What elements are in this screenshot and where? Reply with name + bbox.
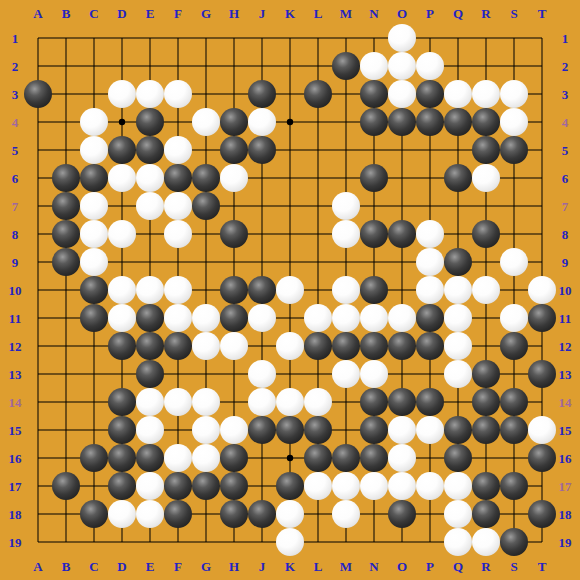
coordinate-right-14: 14: [559, 396, 572, 409]
stone-white-K18[interactable]: [276, 500, 304, 528]
coordinate-right-9: 9: [562, 256, 569, 269]
stone-black-E12[interactable]: [136, 332, 164, 360]
stone-white-L11[interactable]: [304, 304, 332, 332]
stone-white-M10[interactable]: [332, 276, 360, 304]
stone-black-P11[interactable]: [416, 304, 444, 332]
coordinate-left-11: 11: [9, 312, 21, 325]
coordinate-right-12: 12: [559, 340, 572, 353]
coordinate-top-D: D: [117, 7, 126, 20]
coordinate-bottom-D: D: [117, 560, 126, 573]
stone-black-T16[interactable]: [528, 444, 556, 472]
stone-white-O11[interactable]: [388, 304, 416, 332]
stone-white-Q12[interactable]: [444, 332, 472, 360]
stone-white-S4[interactable]: [500, 108, 528, 136]
stone-black-N10[interactable]: [360, 276, 388, 304]
stone-black-M16[interactable]: [332, 444, 360, 472]
stone-white-E15[interactable]: [136, 416, 164, 444]
stone-white-J11[interactable]: [248, 304, 276, 332]
stone-white-S11[interactable]: [500, 304, 528, 332]
coordinate-bottom-L: L: [314, 560, 323, 573]
stone-black-H11[interactable]: [220, 304, 248, 332]
stone-black-R15[interactable]: [472, 416, 500, 444]
stone-white-N11[interactable]: [360, 304, 388, 332]
stone-white-M11[interactable]: [332, 304, 360, 332]
stone-black-O14[interactable]: [388, 388, 416, 416]
stone-white-M18[interactable]: [332, 500, 360, 528]
coordinate-top-K: K: [285, 7, 295, 20]
stone-black-G6[interactable]: [192, 164, 220, 192]
coordinate-top-A: A: [33, 7, 42, 20]
stone-white-C9[interactable]: [80, 248, 108, 276]
stone-black-M2[interactable]: [332, 52, 360, 80]
stone-white-M7[interactable]: [332, 192, 360, 220]
coordinate-left-7: 7: [12, 200, 19, 213]
go-board[interactable]: ABCDEFGHJKLMNOPQRST ABCDEFGHJKLMNOPQRST …: [0, 0, 580, 580]
stone-black-S14[interactable]: [500, 388, 528, 416]
stone-black-E11[interactable]: [136, 304, 164, 332]
stone-white-O1[interactable]: [388, 24, 416, 52]
stone-black-K17[interactable]: [276, 472, 304, 500]
stone-black-E4[interactable]: [136, 108, 164, 136]
coordinate-bottom-A: A: [33, 560, 42, 573]
stone-white-L14[interactable]: [304, 388, 332, 416]
coordinate-top-O: O: [397, 7, 407, 20]
stone-black-R14[interactable]: [472, 388, 500, 416]
stone-black-Q9[interactable]: [444, 248, 472, 276]
stone-white-H15[interactable]: [220, 416, 248, 444]
coordinate-right-19: 19: [559, 536, 572, 549]
stone-black-P14[interactable]: [416, 388, 444, 416]
stone-white-F8[interactable]: [164, 220, 192, 248]
stone-black-D17[interactable]: [108, 472, 136, 500]
stone-white-E10[interactable]: [136, 276, 164, 304]
coordinate-left-8: 8: [12, 228, 19, 241]
coordinate-top-Q: Q: [453, 7, 463, 20]
coordinate-right-6: 6: [562, 172, 569, 185]
stone-white-K14[interactable]: [276, 388, 304, 416]
stone-black-T18[interactable]: [528, 500, 556, 528]
stone-white-L17[interactable]: [304, 472, 332, 500]
stone-black-S12[interactable]: [500, 332, 528, 360]
stone-black-C6[interactable]: [80, 164, 108, 192]
coordinate-top-C: C: [89, 7, 98, 20]
coordinate-bottom-K: K: [285, 560, 295, 573]
stone-white-T15[interactable]: [528, 416, 556, 444]
stone-black-J15[interactable]: [248, 416, 276, 444]
stone-black-D12[interactable]: [108, 332, 136, 360]
stone-black-T11[interactable]: [528, 304, 556, 332]
stone-black-S15[interactable]: [500, 416, 528, 444]
stone-white-C7[interactable]: [80, 192, 108, 220]
coordinate-right-5: 5: [562, 144, 569, 157]
coordinate-left-3: 3: [12, 88, 19, 101]
stone-white-K10[interactable]: [276, 276, 304, 304]
coordinate-bottom-E: E: [146, 560, 155, 573]
stone-white-J13[interactable]: [248, 360, 276, 388]
coordinate-left-6: 6: [12, 172, 19, 185]
stone-white-M13[interactable]: [332, 360, 360, 388]
coordinate-left-15: 15: [9, 424, 22, 437]
stone-black-J5[interactable]: [248, 136, 276, 164]
coordinate-bottom-T: T: [538, 560, 547, 573]
coordinate-top-L: L: [314, 7, 323, 20]
stone-black-H18[interactable]: [220, 500, 248, 528]
coordinate-bottom-J: J: [259, 560, 266, 573]
coordinate-bottom-G: G: [201, 560, 211, 573]
stone-black-Q16[interactable]: [444, 444, 472, 472]
coordinate-top-R: R: [481, 7, 490, 20]
stone-white-S9[interactable]: [500, 248, 528, 276]
stone-white-T10[interactable]: [528, 276, 556, 304]
stone-black-N15[interactable]: [360, 416, 388, 444]
coordinate-right-15: 15: [559, 424, 572, 437]
stone-black-H16[interactable]: [220, 444, 248, 472]
stone-black-N4[interactable]: [360, 108, 388, 136]
stone-black-N12[interactable]: [360, 332, 388, 360]
stone-white-F10[interactable]: [164, 276, 192, 304]
coordinate-bottom-B: B: [62, 560, 71, 573]
stone-white-N13[interactable]: [360, 360, 388, 388]
coordinate-top-N: N: [369, 7, 378, 20]
stone-white-F7[interactable]: [164, 192, 192, 220]
coordinate-right-3: 3: [562, 88, 569, 101]
stone-black-B6[interactable]: [52, 164, 80, 192]
coordinate-bottom-C: C: [89, 560, 98, 573]
stone-white-D6[interactable]: [108, 164, 136, 192]
coordinate-left-18: 18: [9, 508, 22, 521]
stone-black-L15[interactable]: [304, 416, 332, 444]
stone-white-E14[interactable]: [136, 388, 164, 416]
stone-white-Q3[interactable]: [444, 80, 472, 108]
coordinate-right-13: 13: [559, 368, 572, 381]
coordinate-bottom-Q: Q: [453, 560, 463, 573]
stone-white-F5[interactable]: [164, 136, 192, 164]
stone-white-J14[interactable]: [248, 388, 276, 416]
stone-white-D3[interactable]: [108, 80, 136, 108]
coordinate-left-1: 1: [12, 32, 19, 45]
stone-black-F6[interactable]: [164, 164, 192, 192]
stone-white-O2[interactable]: [388, 52, 416, 80]
stone-black-G7[interactable]: [192, 192, 220, 220]
coordinate-top-S: S: [510, 7, 517, 20]
stone-white-Q10[interactable]: [444, 276, 472, 304]
stone-white-O15[interactable]: [388, 416, 416, 444]
coordinate-left-4: 4: [12, 116, 19, 129]
stone-white-F16[interactable]: [164, 444, 192, 472]
stone-white-K19[interactable]: [276, 528, 304, 556]
stone-white-N2[interactable]: [360, 52, 388, 80]
stone-black-B8[interactable]: [52, 220, 80, 248]
coordinate-bottom-P: P: [426, 560, 434, 573]
stone-black-O12[interactable]: [388, 332, 416, 360]
coordinate-left-19: 19: [9, 536, 22, 549]
coordinate-right-1: 1: [562, 32, 569, 45]
stone-white-E6[interactable]: [136, 164, 164, 192]
coordinate-left-16: 16: [9, 452, 22, 465]
stone-black-H10[interactable]: [220, 276, 248, 304]
stone-black-L3[interactable]: [304, 80, 332, 108]
stone-black-D16[interactable]: [108, 444, 136, 472]
star-point-K16: [287, 455, 293, 461]
stone-black-B7[interactable]: [52, 192, 80, 220]
stone-white-M8[interactable]: [332, 220, 360, 248]
stone-black-M12[interactable]: [332, 332, 360, 360]
stone-white-C4[interactable]: [80, 108, 108, 136]
stone-white-G16[interactable]: [192, 444, 220, 472]
stone-black-N8[interactable]: [360, 220, 388, 248]
coordinate-bottom-N: N: [369, 560, 378, 573]
coordinate-top-P: P: [426, 7, 434, 20]
stone-white-R19[interactable]: [472, 528, 500, 556]
stone-white-P15[interactable]: [416, 416, 444, 444]
stone-black-P4[interactable]: [416, 108, 444, 136]
stone-black-N6[interactable]: [360, 164, 388, 192]
stone-black-H17[interactable]: [220, 472, 248, 500]
stone-white-C5[interactable]: [80, 136, 108, 164]
stone-black-E16[interactable]: [136, 444, 164, 472]
stone-black-R13[interactable]: [472, 360, 500, 388]
coordinate-right-18: 18: [559, 508, 572, 521]
coordinate-top-T: T: [538, 7, 547, 20]
stone-black-H8[interactable]: [220, 220, 248, 248]
stone-black-S17[interactable]: [500, 472, 528, 500]
coordinate-left-10: 10: [9, 284, 22, 297]
stone-white-E18[interactable]: [136, 500, 164, 528]
coordinate-top-M: M: [340, 7, 352, 20]
stone-black-D5[interactable]: [108, 136, 136, 164]
stone-white-E3[interactable]: [136, 80, 164, 108]
stone-white-D10[interactable]: [108, 276, 136, 304]
stone-black-C16[interactable]: [80, 444, 108, 472]
coordinate-left-17: 17: [9, 480, 22, 493]
coordinate-right-10: 10: [559, 284, 572, 297]
stone-black-F17[interactable]: [164, 472, 192, 500]
stone-white-F11[interactable]: [164, 304, 192, 332]
stone-black-N16[interactable]: [360, 444, 388, 472]
stone-white-R6[interactable]: [472, 164, 500, 192]
stone-black-P3[interactable]: [416, 80, 444, 108]
coordinate-left-5: 5: [12, 144, 19, 157]
stone-black-A3[interactable]: [24, 80, 52, 108]
stone-black-O18[interactable]: [388, 500, 416, 528]
stone-black-L16[interactable]: [304, 444, 332, 472]
stone-black-K15[interactable]: [276, 416, 304, 444]
stone-black-R5[interactable]: [472, 136, 500, 164]
stone-white-P10[interactable]: [416, 276, 444, 304]
coordinate-left-14: 14: [9, 396, 22, 409]
star-point-D4: [119, 119, 125, 125]
stone-black-T13[interactable]: [528, 360, 556, 388]
stone-black-Q4[interactable]: [444, 108, 472, 136]
stone-black-C10[interactable]: [80, 276, 108, 304]
coordinate-bottom-S: S: [510, 560, 517, 573]
stone-white-D18[interactable]: [108, 500, 136, 528]
stone-white-S3[interactable]: [500, 80, 528, 108]
stone-white-R3[interactable]: [472, 80, 500, 108]
coordinate-right-4: 4: [562, 116, 569, 129]
stone-black-O4[interactable]: [388, 108, 416, 136]
stone-white-G14[interactable]: [192, 388, 220, 416]
stone-black-Q6[interactable]: [444, 164, 472, 192]
stone-black-R4[interactable]: [472, 108, 500, 136]
stone-black-S5[interactable]: [500, 136, 528, 164]
stone-white-Q17[interactable]: [444, 472, 472, 500]
coordinate-top-F: F: [174, 7, 182, 20]
stone-white-G4[interactable]: [192, 108, 220, 136]
stone-black-P12[interactable]: [416, 332, 444, 360]
stone-white-H6[interactable]: [220, 164, 248, 192]
stone-black-C11[interactable]: [80, 304, 108, 332]
stone-white-R10[interactable]: [472, 276, 500, 304]
stone-white-O3[interactable]: [388, 80, 416, 108]
coordinate-left-12: 12: [9, 340, 22, 353]
stone-black-G17[interactable]: [192, 472, 220, 500]
stone-black-S19[interactable]: [500, 528, 528, 556]
stone-white-K12[interactable]: [276, 332, 304, 360]
coordinate-right-11: 11: [559, 312, 571, 325]
stone-white-G12[interactable]: [192, 332, 220, 360]
stone-white-Q11[interactable]: [444, 304, 472, 332]
coordinate-bottom-R: R: [481, 560, 490, 573]
stone-black-R8[interactable]: [472, 220, 500, 248]
stone-white-Q18[interactable]: [444, 500, 472, 528]
stone-white-H12[interactable]: [220, 332, 248, 360]
stone-black-F18[interactable]: [164, 500, 192, 528]
stone-white-C8[interactable]: [80, 220, 108, 248]
coordinate-bottom-M: M: [340, 560, 352, 573]
stone-white-F14[interactable]: [164, 388, 192, 416]
stone-white-Q13[interactable]: [444, 360, 472, 388]
stone-white-P17[interactable]: [416, 472, 444, 500]
stone-black-D15[interactable]: [108, 416, 136, 444]
stone-black-O8[interactable]: [388, 220, 416, 248]
stone-white-E7[interactable]: [136, 192, 164, 220]
stone-black-C18[interactable]: [80, 500, 108, 528]
stone-white-G15[interactable]: [192, 416, 220, 444]
stone-black-J10[interactable]: [248, 276, 276, 304]
stone-white-D8[interactable]: [108, 220, 136, 248]
stone-white-P8[interactable]: [416, 220, 444, 248]
stone-black-N14[interactable]: [360, 388, 388, 416]
stone-black-L12[interactable]: [304, 332, 332, 360]
stone-black-J18[interactable]: [248, 500, 276, 528]
stone-black-J3[interactable]: [248, 80, 276, 108]
coordinate-top-B: B: [62, 7, 71, 20]
coordinate-top-H: H: [229, 7, 239, 20]
coordinate-top-G: G: [201, 7, 211, 20]
stone-white-Q19[interactable]: [444, 528, 472, 556]
stone-black-Q15[interactable]: [444, 416, 472, 444]
coordinate-right-7: 7: [562, 200, 569, 213]
stone-white-F3[interactable]: [164, 80, 192, 108]
stone-black-N3[interactable]: [360, 80, 388, 108]
stone-white-G11[interactable]: [192, 304, 220, 332]
stone-black-F12[interactable]: [164, 332, 192, 360]
coordinate-left-2: 2: [12, 60, 19, 73]
stone-black-H5[interactable]: [220, 136, 248, 164]
stone-black-B9[interactable]: [52, 248, 80, 276]
stone-white-P2[interactable]: [416, 52, 444, 80]
stone-black-H4[interactable]: [220, 108, 248, 136]
stone-white-D11[interactable]: [108, 304, 136, 332]
coordinate-left-9: 9: [12, 256, 19, 269]
coordinate-right-17: 17: [559, 480, 572, 493]
stone-black-B17[interactable]: [52, 472, 80, 500]
stone-black-E13[interactable]: [136, 360, 164, 388]
stone-white-M17[interactable]: [332, 472, 360, 500]
coordinate-left-13: 13: [9, 368, 22, 381]
stone-white-O16[interactable]: [388, 444, 416, 472]
stone-black-R18[interactable]: [472, 500, 500, 528]
coordinate-top-J: J: [259, 7, 266, 20]
stone-white-N17[interactable]: [360, 472, 388, 500]
stone-black-R17[interactable]: [472, 472, 500, 500]
stone-white-O17[interactable]: [388, 472, 416, 500]
coordinate-bottom-O: O: [397, 560, 407, 573]
stone-black-D14[interactable]: [108, 388, 136, 416]
stone-white-P9[interactable]: [416, 248, 444, 276]
stone-black-E5[interactable]: [136, 136, 164, 164]
coordinate-right-16: 16: [559, 452, 572, 465]
coordinate-right-8: 8: [562, 228, 569, 241]
stone-white-E17[interactable]: [136, 472, 164, 500]
coordinate-top-E: E: [146, 7, 155, 20]
star-point-K4: [287, 119, 293, 125]
coordinate-right-2: 2: [562, 60, 569, 73]
coordinate-bottom-F: F: [174, 560, 182, 573]
stone-white-J4[interactable]: [248, 108, 276, 136]
coordinate-bottom-H: H: [229, 560, 239, 573]
